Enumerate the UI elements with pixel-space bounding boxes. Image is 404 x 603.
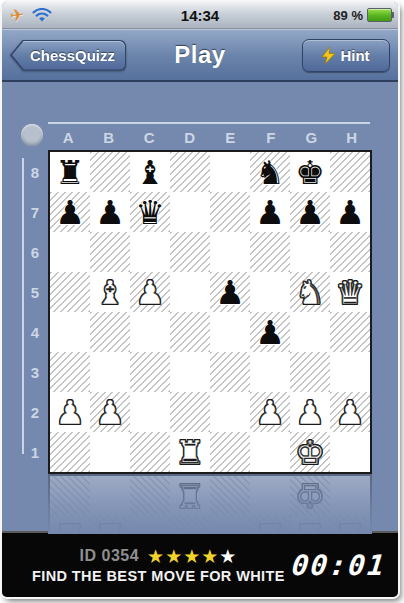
square-a1[interactable] — [50, 432, 90, 472]
square-b5[interactable]: ♝ — [90, 272, 130, 312]
square-b2[interactable]: ♟ — [90, 392, 130, 432]
square-g2[interactable]: ♟ — [290, 392, 330, 432]
rank-label-5: 5 — [26, 272, 44, 312]
white-bishop: ♝ — [90, 272, 130, 312]
rank-label-1: 1 — [26, 432, 44, 472]
square-f2[interactable]: ♟ — [250, 392, 290, 432]
phone-screen: ✈ 14:34 89 % Play ChessQuizz Hint — [2, 2, 398, 597]
square-a2[interactable]: ♟ — [50, 392, 90, 432]
ruler-line-horizontal — [48, 122, 370, 124]
black-pawn: ♟ — [330, 192, 370, 232]
board-reflection: ♜♝♞♚♟♟♛♟♟♟♝♟♟♞♛♟♟♟♟♟♟♜♚ — [48, 474, 372, 534]
square-b3[interactable] — [90, 352, 130, 392]
square-f3[interactable] — [250, 352, 290, 392]
square-e1[interactable] — [210, 432, 250, 472]
square-g7[interactable]: ♟ — [290, 192, 330, 232]
black-pawn: ♟ — [250, 312, 290, 352]
square-f8[interactable]: ♞ — [250, 152, 290, 192]
puzzle-id: ID 0354 — [80, 547, 140, 565]
black-rook: ♜ — [50, 152, 90, 192]
square-c1[interactable] — [130, 432, 170, 472]
square-h1[interactable] — [330, 432, 370, 472]
file-label-d: D — [170, 126, 211, 148]
square-b1[interactable] — [90, 432, 130, 472]
white-pawn: ♟ — [330, 392, 370, 432]
stars-filled: ★★★★ — [147, 546, 219, 567]
rank-label-7: 7 — [26, 192, 44, 232]
chess-board: ♜♝♞♚♟♟♛♟♟♟♝♟♟♞♛♟♟♟♟♟♟♜♚ — [48, 150, 372, 474]
hint-button-label: Hint — [340, 47, 369, 64]
rank-label-8: 8 — [26, 152, 44, 192]
square-d4[interactable] — [170, 312, 210, 352]
square-b8[interactable] — [90, 152, 130, 192]
black-pawn: ♟ — [250, 192, 290, 232]
back-button-label: ChessQuizz — [30, 47, 115, 64]
square-g1[interactable]: ♚ — [290, 432, 330, 472]
ruler-line-vertical — [22, 158, 24, 454]
square-b7[interactable]: ♟ — [90, 192, 130, 232]
square-h3[interactable] — [330, 352, 370, 392]
puzzle-instruction: FIND THE BEST MOVE FOR WHITE — [32, 568, 285, 584]
square-a8[interactable]: ♜ — [50, 152, 90, 192]
square-h6[interactable] — [330, 232, 370, 272]
status-clock: 14:34 — [2, 7, 398, 24]
white-pawn: ♟ — [50, 392, 90, 432]
square-e4[interactable] — [210, 312, 250, 352]
square-f7[interactable]: ♟ — [250, 192, 290, 232]
square-c3[interactable] — [130, 352, 170, 392]
stars-empty: ★ — [219, 546, 237, 567]
black-pawn: ♟ — [50, 192, 90, 232]
white-pawn: ♟ — [250, 392, 290, 432]
white-pawn: ♟ — [130, 272, 170, 312]
file-label-e: E — [210, 126, 251, 148]
square-e6[interactable] — [210, 232, 250, 272]
back-button-face: ChessQuizz — [12, 41, 125, 70]
square-d8[interactable] — [170, 152, 210, 192]
square-e2[interactable] — [210, 392, 250, 432]
square-e8[interactable] — [210, 152, 250, 192]
white-rook: ♜ — [170, 432, 210, 472]
square-b4[interactable] — [90, 312, 130, 352]
white-queen: ♛ — [330, 272, 370, 312]
square-a7[interactable]: ♟ — [50, 192, 90, 232]
file-label-a: A — [48, 126, 89, 148]
square-g5[interactable]: ♞ — [290, 272, 330, 312]
square-h5[interactable]: ♛ — [330, 272, 370, 312]
square-d6[interactable] — [170, 232, 210, 272]
square-a3[interactable] — [50, 352, 90, 392]
square-d5[interactable] — [170, 272, 210, 312]
square-f5[interactable] — [250, 272, 290, 312]
square-f1[interactable] — [250, 432, 290, 472]
square-e5[interactable]: ♟ — [210, 272, 250, 312]
square-g8[interactable]: ♚ — [290, 152, 330, 192]
file-labels: ABCDEFGH — [48, 126, 372, 148]
white-knight: ♞ — [290, 272, 330, 312]
back-button[interactable]: ChessQuizz — [10, 40, 126, 71]
square-f6[interactable] — [250, 232, 290, 272]
square-f4[interactable]: ♟ — [250, 312, 290, 352]
footer-bar: ID 0354 ★★★★★ FIND THE BEST MOVE FOR WHI… — [2, 531, 398, 597]
rank-label-3: 3 — [26, 352, 44, 392]
file-label-b: B — [89, 126, 130, 148]
file-label-g: G — [291, 126, 332, 148]
black-pawn: ♟ — [90, 192, 130, 232]
board-area: ABCDEFGH 87654321 ♜♝♞♚♟♟♛♟♟♟♝♟♟♞♛♟♟♟♟♟♟♜… — [2, 82, 398, 531]
lightning-icon — [322, 47, 335, 64]
nav-bar: Play ChessQuizz Hint — [2, 29, 398, 82]
white-pawn: ♟ — [290, 392, 330, 432]
file-label-f: F — [251, 126, 292, 148]
square-e7[interactable] — [210, 192, 250, 232]
square-d7[interactable] — [170, 192, 210, 232]
square-h7[interactable]: ♟ — [330, 192, 370, 232]
square-g6[interactable] — [290, 232, 330, 272]
square-a5[interactable] — [50, 272, 90, 312]
square-c2[interactable] — [130, 392, 170, 432]
square-c8[interactable]: ♝ — [130, 152, 170, 192]
square-c5[interactable]: ♟ — [130, 272, 170, 312]
corner-circle — [21, 124, 43, 146]
battery-icon — [367, 8, 392, 22]
black-pawn: ♟ — [290, 192, 330, 232]
black-bishop: ♝ — [130, 152, 170, 192]
square-h8[interactable] — [330, 152, 370, 192]
square-d2[interactable] — [170, 392, 210, 432]
square-a6[interactable] — [50, 232, 90, 272]
difficulty-stars: ★★★★★ — [147, 547, 237, 566]
black-king: ♚ — [290, 152, 330, 192]
rank-labels: 87654321 — [26, 152, 44, 472]
square-h2[interactable]: ♟ — [330, 392, 370, 432]
file-label-h: H — [332, 126, 373, 148]
square-e3[interactable] — [210, 352, 250, 392]
square-c4[interactable] — [130, 312, 170, 352]
black-knight: ♞ — [250, 152, 290, 192]
square-d3[interactable] — [170, 352, 210, 392]
status-bar: ✈ 14:34 89 % — [2, 2, 398, 29]
reflection-fade — [48, 474, 372, 534]
rank-label-4: 4 — [26, 312, 44, 352]
square-b6[interactable] — [90, 232, 130, 272]
timer-display: 00:01 — [290, 549, 388, 582]
square-g3[interactable] — [290, 352, 330, 392]
black-pawn: ♟ — [210, 272, 250, 312]
square-c7[interactable]: ♛ — [130, 192, 170, 232]
square-c6[interactable] — [130, 232, 170, 272]
rank-label-2: 2 — [26, 392, 44, 432]
file-label-c: C — [129, 126, 170, 148]
white-pawn: ♟ — [90, 392, 130, 432]
hint-button[interactable]: Hint — [302, 39, 390, 72]
square-h4[interactable] — [330, 312, 370, 352]
black-queen: ♛ — [130, 192, 170, 232]
rank-label-6: 6 — [26, 232, 44, 272]
white-king: ♚ — [290, 432, 330, 472]
puzzle-info: ID 0354 ★★★★★ FIND THE BEST MOVE FOR WHI… — [32, 547, 285, 584]
square-g4[interactable] — [290, 312, 330, 352]
square-d1[interactable]: ♜ — [170, 432, 210, 472]
square-a4[interactable] — [50, 312, 90, 352]
